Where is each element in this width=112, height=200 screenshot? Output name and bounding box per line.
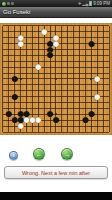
pause-icon: Ⅱ xyxy=(12,153,14,158)
vibrate-icon: ✚ xyxy=(78,0,81,7)
hoshi-dot xyxy=(90,43,92,45)
status-bar: ✚ ▂▄ 9:09 PM xyxy=(0,0,112,7)
status-bar-right: ✚ ▂▄ 9:09 PM xyxy=(78,0,110,7)
result-message-button[interactable]: Wrong. Next a few min after xyxy=(4,166,108,179)
status-time: 9:09 PM xyxy=(93,0,110,7)
go-board[interactable]: ●●●●●●●●●●●●●●●●●●●●●●●●●●● xyxy=(0,23,112,135)
notification-icon xyxy=(11,2,14,5)
bottom-bar xyxy=(0,192,112,200)
back-button[interactable]: ← xyxy=(33,148,45,160)
battery-icon xyxy=(89,1,92,6)
hoshi-dot xyxy=(55,43,57,45)
forward-button[interactable]: → xyxy=(61,148,73,160)
hoshi-dot xyxy=(90,113,92,115)
title-bar: Go Fuseki xyxy=(0,7,112,18)
hoshi-dot xyxy=(20,43,22,45)
notification-icon xyxy=(7,2,10,5)
hoshi-dot xyxy=(20,113,22,115)
back-arrow-icon: ← xyxy=(36,151,43,158)
app-title: Go Fuseki xyxy=(3,9,30,15)
board-cell[interactable] xyxy=(106,129,112,135)
status-bar-left xyxy=(2,2,78,6)
result-message: Wrong. Next a few min after xyxy=(22,170,90,176)
pause-button[interactable]: Ⅱ xyxy=(9,151,18,160)
app-notification-icon xyxy=(2,2,6,6)
hoshi-dot xyxy=(20,78,22,80)
hoshi-dot xyxy=(90,78,92,80)
hoshi-dot xyxy=(55,78,57,80)
app-screen: ✚ ▂▄ 9:09 PM Go Fuseki ●●●●●●●●●●●●●●●●●… xyxy=(0,0,112,200)
hoshi-dot xyxy=(55,113,57,115)
signal-icon: ▂▄ xyxy=(82,0,88,7)
forward-arrow-icon: → xyxy=(64,151,71,158)
